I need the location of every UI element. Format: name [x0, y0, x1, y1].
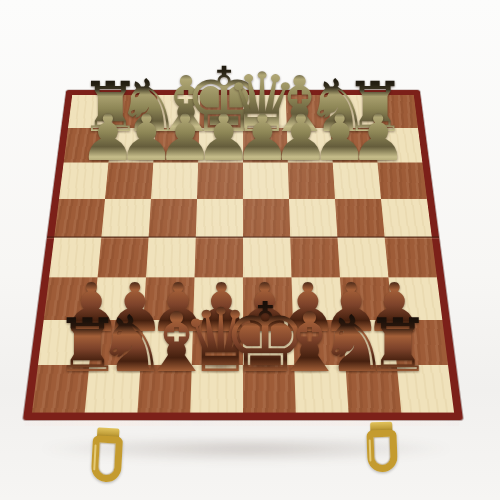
square-g5[interactable]: [335, 199, 385, 237]
square-b5[interactable]: [101, 199, 151, 237]
square-f5[interactable]: [289, 199, 337, 237]
square-h5[interactable]: [381, 199, 432, 237]
clasp-ring: [366, 429, 397, 472]
piece-black-pawn-h7[interactable]: ♟: [350, 107, 407, 171]
brass-clasp-right: [366, 423, 398, 472]
brass-clasp-left: [91, 429, 124, 482]
square-c5[interactable]: [149, 199, 197, 237]
piece-white-rook-h1[interactable]: ♜: [365, 308, 431, 382]
clasp-ring: [91, 435, 123, 483]
square-a5[interactable]: [54, 199, 105, 237]
product-photo: ♜♞♝♚♛♝♞♜♟♟♟♟♟♟♟♟♟♟♟♟♟♟♟♟♜♞♝♛♚♝♞♜: [0, 0, 500, 500]
square-e5[interactable]: [243, 199, 290, 237]
pawn-glyph: ♟: [350, 107, 407, 171]
board-hinge-line: [47, 236, 439, 237]
square-d5[interactable]: [196, 199, 243, 237]
rook-glyph: ♜: [365, 308, 431, 382]
